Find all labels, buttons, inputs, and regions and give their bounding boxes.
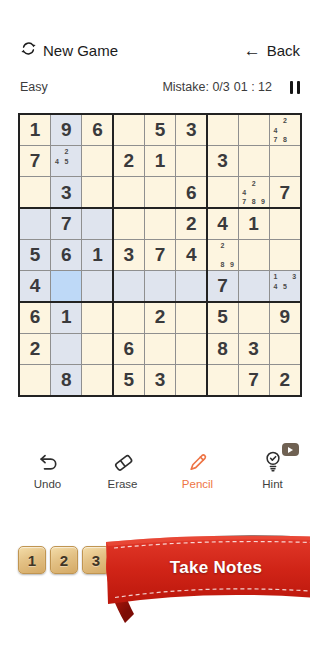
cell-r4c2[interactable]: 7 [51,209,81,239]
cell-r5c8[interactable] [239,240,269,270]
cell-r2c3[interactable] [82,146,112,176]
cell-r1c1[interactable]: 1 [20,115,50,145]
digit: 4 [186,244,197,266]
cell-r9c9[interactable]: 2 [270,365,300,395]
cell-r5c2[interactable]: 6 [51,240,81,270]
video-ad-badge [282,443,299,456]
pencil-label: Pencil [182,478,213,490]
cell-r1c8[interactable] [239,115,269,145]
cell-r2c7[interactable]: 3 [207,146,237,176]
cell-r1c9[interactable]: 2478 [270,115,300,145]
cell-r8c8[interactable]: 3 [239,334,269,364]
cell-r6c6[interactable] [176,271,206,301]
digit: 7 [280,182,291,204]
cell-r2c1[interactable]: 7 [20,146,50,176]
digit: 2 [123,150,134,172]
digit: 5 [30,244,41,266]
digit: 4 [30,275,41,297]
cell-r7c7[interactable]: 5 [207,302,237,332]
digit: 3 [248,338,259,360]
cell-r2c4[interactable]: 2 [114,146,144,176]
cell-r8c7[interactable]: 8 [207,334,237,364]
cell-r3c6[interactable]: 6 [176,177,206,207]
sudoku-app: New Game ← Back Easy Mistake: 0/3 01 : 1… [10,0,310,649]
pencil-notes: 1345 [271,272,299,300]
pause-button[interactable] [288,79,302,96]
digit: 7 [217,275,228,297]
back-arrow-icon: ← [244,42,261,59]
cell-r4c5[interactable] [145,209,175,239]
digit: 1 [92,244,103,266]
digit: 6 [186,182,197,204]
new-game-label: New Game [43,42,118,59]
digit: 8 [61,369,72,391]
cell-r5c3[interactable]: 1 [82,240,112,270]
digit: 6 [123,338,134,360]
cell-r5c4[interactable]: 3 [114,240,144,270]
digit: 1 [30,119,41,141]
cell-r1c3[interactable]: 6 [82,115,112,145]
cell-r9c8[interactable]: 7 [239,365,269,395]
cell-r9c2[interactable]: 8 [51,365,81,395]
cell-r6c9[interactable]: 1345 [270,271,300,301]
pencil-notes: 245 [52,147,80,175]
cell-r7c4[interactable] [114,302,144,332]
cell-r3c4[interactable] [114,177,144,207]
undo-icon [35,450,61,474]
cell-r1c6[interactable]: 3 [176,115,206,145]
cell-r3c9[interactable]: 7 [270,177,300,207]
digit: 9 [61,119,72,141]
cell-r7c3[interactable] [82,302,112,332]
take-notes-label: Take Notes [122,558,310,578]
pencil-notes: 24789 [240,178,268,206]
cell-r5c9[interactable] [270,240,300,270]
back-label: Back [267,42,300,59]
cell-r9c7[interactable] [207,365,237,395]
cell-r3c5[interactable] [145,177,175,207]
new-game-button[interactable]: New Game [20,40,118,60]
numpad-tile-2[interactable]: 2 [50,546,78,574]
cell-r8c4[interactable]: 6 [114,334,144,364]
toolbar: Undo Erase [10,450,310,490]
cell-r7c8[interactable] [239,302,269,332]
eraser-icon [110,450,136,474]
digit: 7 [155,244,166,266]
cell-r3c8[interactable]: 24789 [239,177,269,207]
cell-r1c2[interactable]: 9 [51,115,81,145]
digit: 2 [155,306,166,328]
back-button[interactable]: ← Back [244,42,300,59]
digit: 6 [30,306,41,328]
cell-r8c5[interactable] [145,334,175,364]
cell-r6c8[interactable] [239,271,269,301]
cell-r2c6[interactable] [176,146,206,176]
cell-r4c9[interactable] [270,209,300,239]
cell-r4c7[interactable]: 4 [207,209,237,239]
cell-r9c5[interactable]: 3 [145,365,175,395]
cell-r5c1[interactable]: 5 [20,240,50,270]
digit: 2 [280,369,291,391]
undo-label: Undo [34,478,62,490]
digit: 4 [217,213,228,235]
cell-r2c9[interactable] [270,146,300,176]
cell-r3c7[interactable] [207,177,237,207]
cell-r7c2[interactable]: 1 [51,302,81,332]
cell-r6c7[interactable]: 7 [207,271,237,301]
cell-r5c7[interactable]: 289 [207,240,237,270]
digit: 3 [123,244,134,266]
digit: 3 [155,369,166,391]
cell-r3c3[interactable] [82,177,112,207]
cell-r9c1[interactable] [20,365,50,395]
cell-r4c6[interactable]: 2 [176,209,206,239]
cell-r8c2[interactable] [51,334,81,364]
cell-r8c1[interactable]: 2 [20,334,50,364]
erase-button[interactable]: Erase [93,450,153,490]
cell-r9c3[interactable] [82,365,112,395]
cell-r3c2[interactable]: 3 [51,177,81,207]
digit: 6 [92,119,103,141]
cell-r6c1[interactable]: 4 [20,271,50,301]
cell-r2c8[interactable] [239,146,269,176]
digit: 1 [248,213,259,235]
digit: 3 [217,150,228,172]
digit: 8 [217,338,228,360]
play-icon [288,447,293,453]
digit: 6 [61,244,72,266]
digit: 5 [155,119,166,141]
cell-r6c3[interactable] [82,271,112,301]
cell-r4c8[interactable]: 1 [239,209,269,239]
pencil-button[interactable]: Pencil [168,450,228,490]
cell-r2c2[interactable]: 245 [51,146,81,176]
top-bar: New Game ← Back [20,38,300,62]
cell-r3c1[interactable] [20,177,50,207]
refresh-icon [20,40,37,60]
sudoku-board: 1965324787245213362478977241561374289471… [18,113,302,397]
numpad-tile-1[interactable]: 1 [18,546,46,574]
hint-label: Hint [262,478,282,490]
cell-r8c6[interactable] [176,334,206,364]
digit: 9 [280,306,291,328]
digit: 1 [155,150,166,172]
cell-r1c7[interactable] [207,115,237,145]
cell-r6c2[interactable] [51,271,81,301]
digit: 7 [30,150,41,172]
digit: 5 [217,306,228,328]
digit: 7 [61,213,72,235]
hint-button[interactable]: Hint [243,450,303,490]
digit: 5 [123,369,134,391]
digit: 7 [248,369,259,391]
cell-r7c1[interactable]: 6 [20,302,50,332]
timer: 01 : 12 [234,80,272,94]
digit: 3 [61,182,72,204]
take-notes-banner[interactable]: Take Notes [92,527,310,637]
cell-r7c6[interactable] [176,302,206,332]
hint-bulb-icon [260,450,286,474]
undo-button[interactable]: Undo [18,450,78,490]
cell-r9c4[interactable]: 5 [114,365,144,395]
cell-r4c1[interactable] [20,209,50,239]
digit: 2 [186,213,197,235]
pencil-notes: 289 [208,241,236,269]
cell-r1c5[interactable]: 5 [145,115,175,145]
cell-r5c6[interactable]: 4 [176,240,206,270]
cell-r9c6[interactable] [176,365,206,395]
cell-r5c5[interactable]: 7 [145,240,175,270]
cell-r8c3[interactable] [82,334,112,364]
cell-r7c9[interactable]: 9 [270,302,300,332]
cell-r6c5[interactable] [145,271,175,301]
cell-r1c4[interactable] [114,115,144,145]
cell-r8c9[interactable] [270,334,300,364]
cell-r6c4[interactable] [114,271,144,301]
status-bar: Easy Mistake: 0/3 01 : 12 [20,78,302,96]
cell-r7c5[interactable]: 2 [145,302,175,332]
digit: 2 [30,338,41,360]
cell-r2c5[interactable]: 1 [145,146,175,176]
difficulty-label: Easy [20,80,48,94]
cell-r4c4[interactable] [114,209,144,239]
mistake-counter: Mistake: 0/3 [162,80,229,94]
erase-label: Erase [107,478,137,490]
digit: 1 [61,306,72,328]
pencil-notes: 2478 [271,116,299,144]
cell-r4c3[interactable] [82,209,112,239]
digit: 3 [186,119,197,141]
pencil-icon [185,450,211,474]
